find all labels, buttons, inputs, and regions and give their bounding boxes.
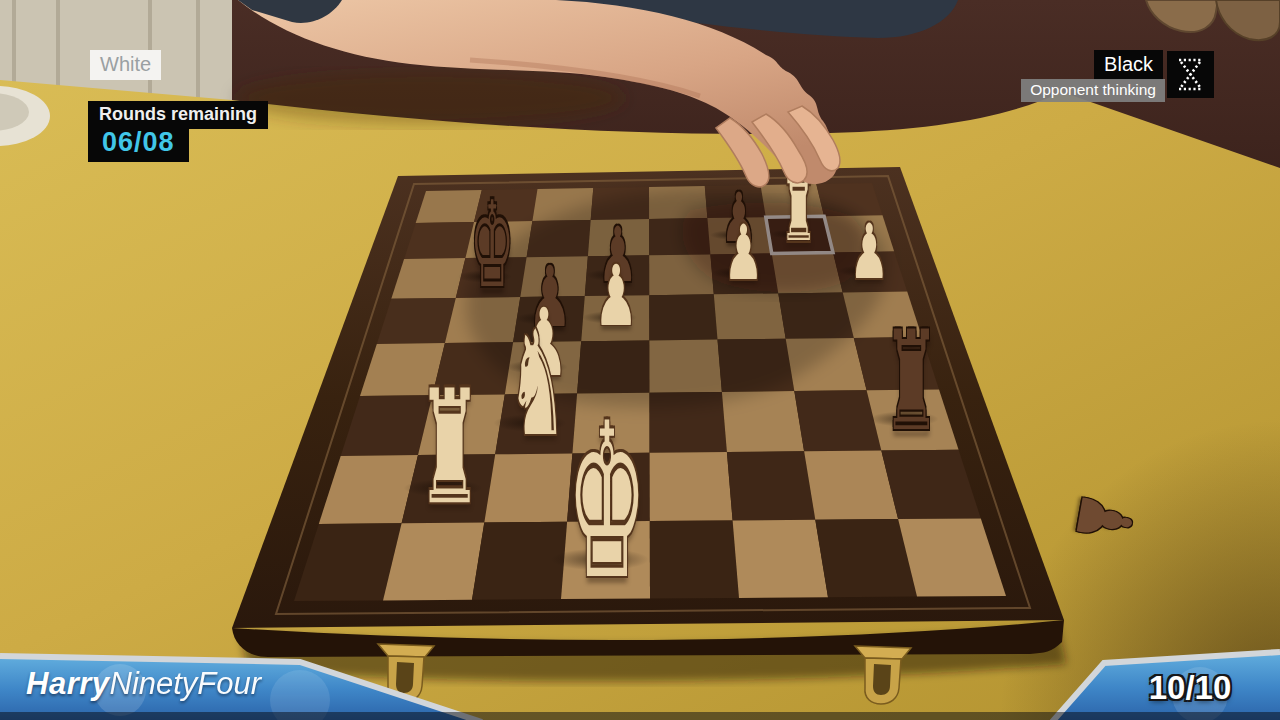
black-rook-h3[interactable]: ♜ — [883, 375, 939, 438]
white-pawn-d5[interactable]: ♟ — [594, 283, 638, 332]
hourglass-icon — [1167, 51, 1214, 98]
black-player-label: Black — [1094, 50, 1163, 80]
opponent-thinking-status: Opponent thinking — [1021, 79, 1165, 102]
black-king-b6[interactable]: ♚ — [470, 242, 514, 291]
channel-watermark: HarryNinetyFour — [26, 666, 261, 702]
white-pawn-h6[interactable]: ♟ — [849, 240, 889, 285]
white-rook-b2[interactable]: ♜ — [418, 438, 482, 509]
watermark-bold-text: Harry — [26, 666, 110, 701]
captured-black-pawn: ♟ — [1067, 487, 1133, 548]
white-player-label: White — [90, 50, 161, 80]
rounds-remaining-label: Rounds remaining — [88, 101, 268, 129]
trophy-score: 10/10 — [1120, 669, 1260, 707]
white-pawn-f6[interactable]: ♟ — [724, 242, 764, 287]
white-rook-g7[interactable]: ♜ — [781, 206, 817, 246]
rounds-remaining-value: 06/08 — [88, 127, 189, 162]
white-knight-c3[interactable]: ♞ — [508, 376, 567, 442]
watermark-light-text: NinetyFour — [110, 666, 262, 701]
white-king-d1[interactable]: ♚ — [567, 496, 647, 585]
game-screen: ♟♜♚♟♟♟♟♟♟♞♜♜♚♟ — [0, 0, 1280, 720]
